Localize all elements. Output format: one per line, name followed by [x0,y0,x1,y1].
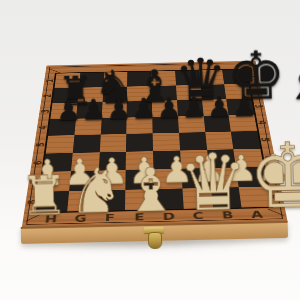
board-square [205,132,234,150]
coordinate-label: 5 [24,141,57,148]
board-top-surface: HGFEDCBA 12345678 12345678 [22,61,288,228]
coordinate-label: 1 [238,73,268,79]
board-square [103,72,128,87]
board-square [126,117,152,134]
corner-tick [242,64,253,69]
board-square [100,117,126,134]
board-square [207,149,236,168]
board-square [154,188,184,209]
coordinate-label: 2 [32,92,63,98]
black-bishop: ♝ [286,65,300,103]
board-square [126,169,154,189]
board-square [181,168,211,188]
board-square [102,86,127,102]
board-square [175,70,200,85]
board-square [125,189,154,210]
board-square [211,187,242,208]
board-square [178,116,205,133]
board-square [97,170,126,190]
board-square [127,101,152,117]
board-square [153,169,182,189]
corner-tick [49,69,60,73]
coordinate-label: 3 [30,108,62,115]
board-square [200,84,226,100]
brass-clasp [143,227,166,253]
board-square [202,99,229,115]
board-square [127,86,152,102]
board-square [151,71,176,86]
scene: HGFEDCBA 12345678 12345678 ♜♞♝♛♚♝♞♜ ♟♟♟♟… [0,0,300,300]
board-square [126,151,154,170]
coordinate-label: 1 [35,78,65,84]
board-perspective-wrap: HGFEDCBA 12345678 12345678 [14,0,288,228]
board-square [180,150,209,169]
coordinate-label: 3 [243,103,275,110]
board-square [199,70,225,85]
board-square [101,101,127,117]
board-square [99,134,126,152]
board-square [79,73,104,88]
board-square [76,102,102,118]
board-square [98,151,126,170]
coordinate-label: 8 [257,192,294,201]
board-square [153,150,181,169]
coordinate-label: 5 [248,136,282,143]
board-square [182,188,212,209]
board-square [96,190,125,211]
clasp-latch [148,232,162,249]
board-square [69,171,98,191]
coordinate-label: 6 [21,159,55,167]
coordinate-label: 4 [245,119,278,126]
board-square [153,133,180,151]
coordinate-label: 2 [240,88,271,94]
board-square [177,100,203,116]
board-square [73,135,101,153]
board-square [77,87,103,103]
coordinate-label: 4 [27,124,60,131]
coordinate-label: 7 [18,178,53,186]
board-grid [38,69,271,212]
board-square [74,118,101,135]
board-square [203,115,231,132]
board-square [152,100,178,116]
coordinate-label: 6 [251,153,286,161]
board-square [176,85,202,101]
board-square [67,190,97,211]
board-square [126,133,153,151]
board-square [179,132,207,150]
coordinate-label: 8 [14,197,50,206]
board-square [152,85,177,101]
board-square [71,152,100,171]
board-square [127,71,151,86]
coordinate-label: 7 [254,172,290,180]
chess-set-photo: HGFEDCBA 12345678 12345678 ♜♞♝♛♚♝♞♜ ♟♟♟♟… [0,0,300,300]
board-square [152,116,179,133]
board-square [209,167,239,187]
